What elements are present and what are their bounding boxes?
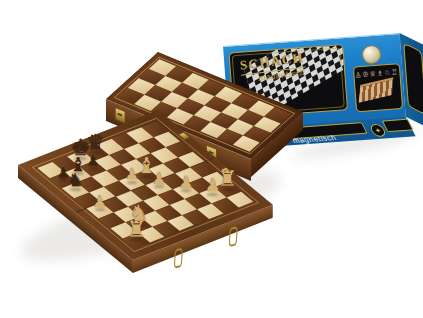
- latch-slot: [118, 113, 122, 117]
- folded-case-art: [359, 77, 394, 103]
- piece-shadow: [132, 223, 145, 226]
- bottom-black-strip-right: [382, 119, 414, 132]
- piece-shadow: [140, 175, 153, 178]
- brass-hook-clasp-right: [229, 226, 238, 247]
- piece-shadow: [89, 151, 101, 154]
- product-photo: SCHACH magnetisch ♙♔♕♗♘♖ magnetisch ✦: [0, 0, 423, 318]
- piece-shadow: [74, 157, 87, 160]
- piece-shadow: [89, 167, 97, 170]
- piece-shadow: [127, 181, 136, 184]
- piece-shadow: [154, 185, 164, 188]
- piece-shadow: [221, 188, 234, 191]
- brass-latch-left: [115, 107, 126, 125]
- retail-box-pieces-panel: ♙♔♕♗♘♖: [353, 63, 403, 112]
- right-face-panel: [403, 43, 423, 116]
- medallion-seal: [361, 44, 381, 64]
- brass-hook-clasp-left: [174, 248, 183, 269]
